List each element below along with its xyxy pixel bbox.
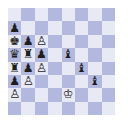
square-f2[interactable]	[75, 88, 88, 101]
square-f7[interactable]	[75, 21, 88, 34]
square-h2[interactable]	[102, 88, 115, 101]
square-c5[interactable]: ♟	[35, 48, 48, 61]
square-f5[interactable]	[75, 48, 88, 61]
square-c8[interactable]	[35, 8, 48, 21]
square-g3[interactable]: ♝	[88, 75, 101, 88]
square-d5[interactable]	[48, 48, 61, 61]
square-b3[interactable]: ♙	[21, 75, 34, 88]
square-c2[interactable]	[35, 88, 48, 101]
piece-black-pawn: ♟	[36, 48, 47, 61]
square-h3[interactable]	[102, 75, 115, 88]
piece-black-pawn: ♟	[23, 62, 34, 75]
square-f8[interactable]	[75, 8, 88, 21]
page-background: ♟♚♟♙♛♜♟♝♜♟♙♝♟♙♝♙♔	[0, 0, 128, 122]
piece-black-pawn: ♟	[9, 21, 20, 34]
square-f4[interactable]: ♝	[75, 62, 88, 75]
square-e7[interactable]	[62, 21, 75, 34]
square-c1[interactable]	[35, 102, 48, 115]
piece-white-pawn: ♙	[36, 35, 47, 48]
square-e4[interactable]	[62, 62, 75, 75]
piece-black-pawn: ♟	[23, 35, 34, 48]
square-a7[interactable]: ♟	[8, 21, 21, 34]
square-d6[interactable]	[48, 35, 61, 48]
square-a6[interactable]: ♚	[8, 35, 21, 48]
square-c3[interactable]	[35, 75, 48, 88]
square-a8[interactable]	[8, 8, 21, 21]
square-h1[interactable]	[102, 102, 115, 115]
square-e2[interactable]: ♔	[62, 88, 75, 101]
square-g7[interactable]	[88, 21, 101, 34]
square-d1[interactable]	[48, 102, 61, 115]
square-b5[interactable]: ♜	[21, 48, 34, 61]
square-e5[interactable]: ♝	[62, 48, 75, 61]
square-d3[interactable]	[48, 75, 61, 88]
square-c7[interactable]	[35, 21, 48, 34]
square-c6[interactable]: ♙	[35, 35, 48, 48]
square-b4[interactable]: ♟	[21, 62, 34, 75]
square-f6[interactable]	[75, 35, 88, 48]
square-h8[interactable]	[102, 8, 115, 21]
piece-white-pawn: ♙	[9, 88, 20, 101]
square-h6[interactable]	[102, 35, 115, 48]
piece-black-bishop: ♝	[63, 48, 74, 61]
square-a5[interactable]: ♛	[8, 48, 21, 61]
square-f1[interactable]	[75, 102, 88, 115]
square-g8[interactable]	[88, 8, 101, 21]
square-g4[interactable]	[88, 62, 101, 75]
piece-black-pawn: ♟	[9, 75, 20, 88]
piece-black-rook: ♜	[9, 62, 20, 75]
piece-black-bishop: ♝	[76, 62, 87, 75]
piece-white-pawn: ♙	[36, 62, 47, 75]
square-g2[interactable]	[88, 88, 101, 101]
piece-black-rook: ♜	[23, 48, 34, 61]
square-e8[interactable]	[62, 8, 75, 21]
square-h4[interactable]	[102, 62, 115, 75]
square-e6[interactable]	[62, 35, 75, 48]
square-a2[interactable]: ♙	[8, 88, 21, 101]
piece-black-king: ♚	[9, 35, 20, 48]
square-f3[interactable]	[75, 75, 88, 88]
square-g1[interactable]	[88, 102, 101, 115]
piece-white-pawn: ♙	[23, 75, 34, 88]
square-d7[interactable]	[48, 21, 61, 34]
square-e1[interactable]	[62, 102, 75, 115]
piece-black-queen: ♛	[9, 48, 20, 61]
chess-board: ♟♚♟♙♛♜♟♝♜♟♙♝♟♙♝♙♔	[8, 8, 115, 115]
square-c4[interactable]: ♙	[35, 62, 48, 75]
square-b7[interactable]	[21, 21, 34, 34]
square-g5[interactable]	[88, 48, 101, 61]
piece-black-bishop: ♝	[90, 75, 101, 88]
square-b6[interactable]: ♟	[21, 35, 34, 48]
square-d8[interactable]	[48, 8, 61, 21]
square-g6[interactable]	[88, 35, 101, 48]
square-b2[interactable]	[21, 88, 34, 101]
square-a1[interactable]	[8, 102, 21, 115]
square-d2[interactable]	[48, 88, 61, 101]
square-e3[interactable]	[62, 75, 75, 88]
square-d4[interactable]	[48, 62, 61, 75]
piece-white-king: ♔	[63, 88, 74, 101]
square-h5[interactable]	[102, 48, 115, 61]
square-h7[interactable]	[102, 21, 115, 34]
square-b1[interactable]	[21, 102, 34, 115]
square-a4[interactable]: ♜	[8, 62, 21, 75]
square-a3[interactable]: ♟	[8, 75, 21, 88]
square-b8[interactable]	[21, 8, 34, 21]
